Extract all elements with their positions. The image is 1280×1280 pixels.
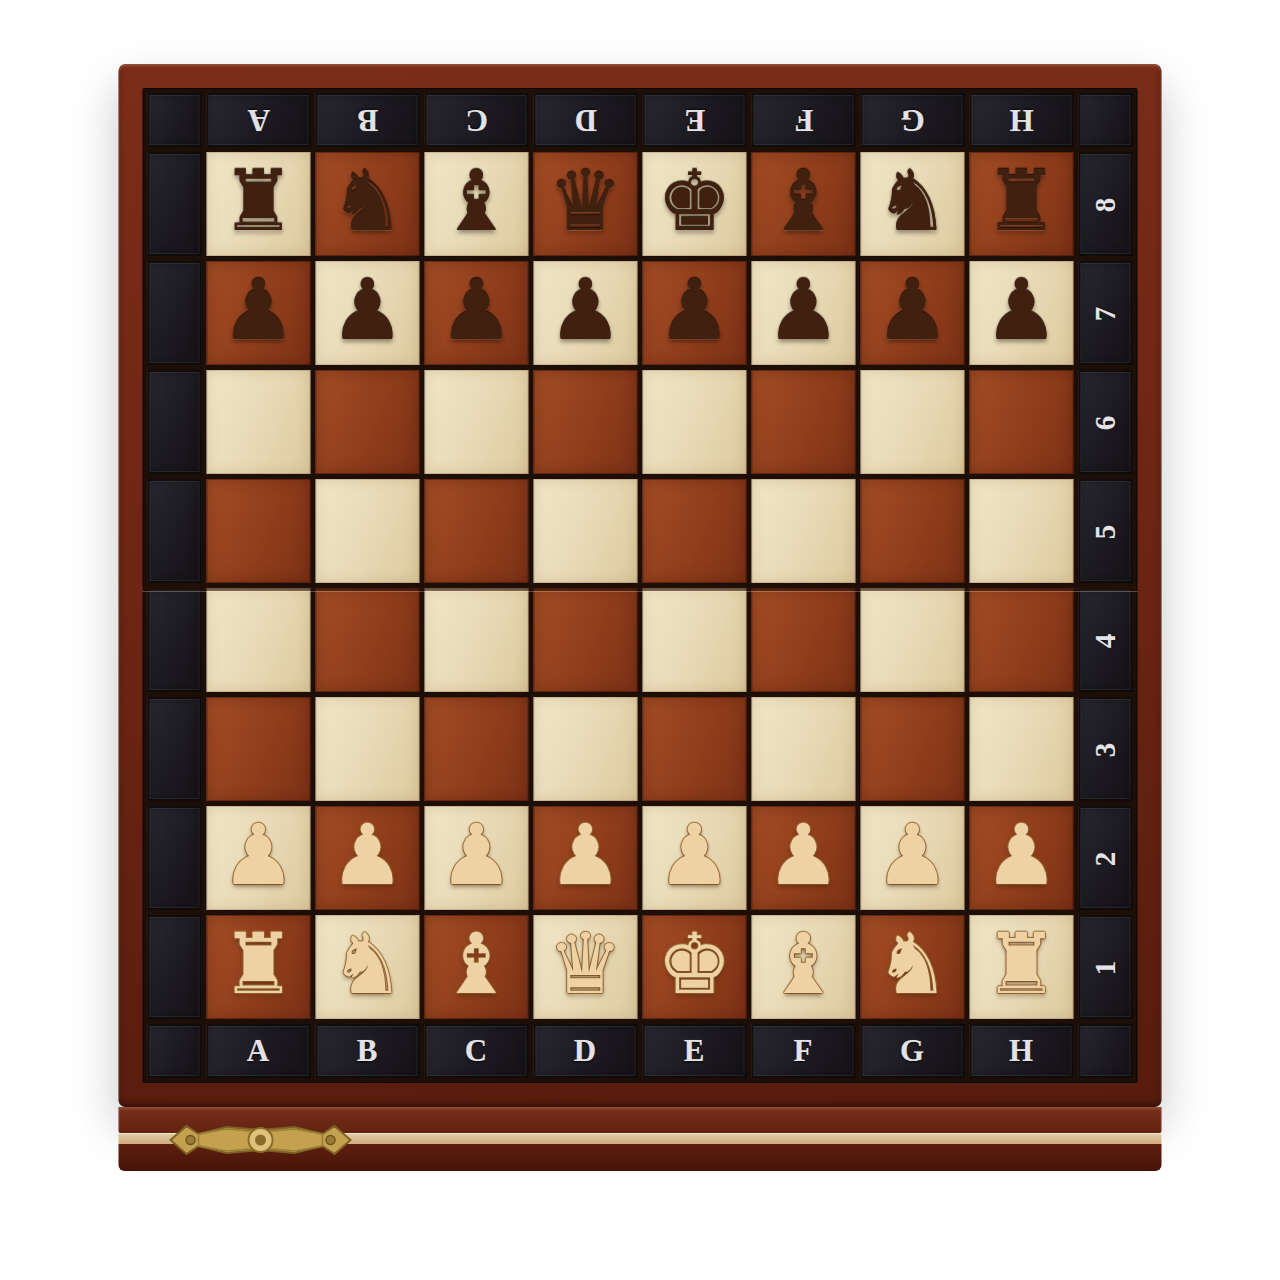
square-g2[interactable]: ♟ (861, 806, 965, 910)
square-g3[interactable] (861, 697, 965, 801)
rank-label-4: 4 (1079, 588, 1133, 692)
black-king-icon[interactable]: ♚ (657, 159, 732, 243)
square-b4[interactable] (316, 588, 420, 692)
white-pawn-icon[interactable]: ♟ (984, 813, 1059, 897)
square-c2[interactable]: ♟ (425, 806, 529, 910)
white-queen-icon[interactable]: ♛ (548, 922, 623, 1006)
square-h7[interactable]: ♟ (970, 261, 1074, 365)
left-border-cell-rank-6 (148, 370, 202, 474)
white-pawn-icon[interactable]: ♟ (439, 813, 514, 897)
square-f7[interactable]: ♟ (752, 261, 856, 365)
latch-screw-right (326, 1136, 335, 1145)
file-label-bottom-h: H (970, 1024, 1074, 1078)
square-a1[interactable]: ♜ (207, 915, 311, 1019)
file-label-bottom-a: A (207, 1024, 311, 1078)
square-c8[interactable]: ♝ (425, 152, 529, 256)
square-b1[interactable]: ♞ (316, 915, 420, 1019)
square-h8[interactable]: ♜ (970, 152, 1074, 256)
black-rook-icon[interactable]: ♜ (221, 159, 296, 243)
square-a7[interactable]: ♟ (207, 261, 311, 365)
file-label-bottom-d: D (534, 1024, 638, 1078)
rank-label-7: 7 (1079, 261, 1133, 365)
black-knight-icon[interactable]: ♞ (875, 159, 950, 243)
file-label-bottom-c-text: C (465, 1033, 488, 1069)
square-d7[interactable]: ♟ (534, 261, 638, 365)
black-rook-icon[interactable]: ♜ (984, 159, 1059, 243)
square-b6[interactable] (316, 370, 420, 474)
square-g5[interactable] (861, 479, 965, 583)
white-bishop-icon[interactable]: ♝ (439, 922, 514, 1006)
box-front-edge (119, 1107, 1162, 1171)
file-label-top-e-text: E (684, 102, 706, 138)
black-pawn-icon[interactable]: ♟ (984, 268, 1059, 352)
front-edge-lower-band (119, 1144, 1162, 1171)
square-e1[interactable]: ♚ (643, 915, 747, 1019)
square-c1[interactable]: ♝ (425, 915, 529, 1019)
white-rook-icon[interactable]: ♜ (984, 922, 1059, 1006)
square-d1[interactable]: ♛ (534, 915, 638, 1019)
square-a5[interactable] (207, 479, 311, 583)
file-label-top-h-text: H (1009, 102, 1034, 138)
square-g7[interactable]: ♟ (861, 261, 965, 365)
black-pawn-icon[interactable]: ♟ (221, 268, 296, 352)
white-pawn-icon[interactable]: ♟ (221, 813, 296, 897)
file-label-bottom-d-text: D (574, 1033, 597, 1069)
file-label-top-a-text: A (247, 102, 270, 138)
file-label-top-f: F (752, 93, 856, 147)
square-c6[interactable] (425, 370, 529, 474)
black-bishop-icon[interactable]: ♝ (439, 159, 514, 243)
left-border-cell-rank-5 (148, 479, 202, 583)
square-e6[interactable] (643, 370, 747, 474)
file-label-top-g: G (861, 93, 965, 147)
file-label-top-c-text: C (465, 102, 488, 138)
rank-label-3: 3 (1079, 697, 1133, 801)
square-f6[interactable] (752, 370, 856, 474)
latch-screw-left (186, 1136, 195, 1145)
square-h2[interactable]: ♟ (970, 806, 1074, 910)
black-pawn-icon[interactable]: ♟ (330, 268, 405, 352)
file-label-bottom-a-text: A (247, 1033, 270, 1069)
square-b5[interactable] (316, 479, 420, 583)
square-e3[interactable] (643, 697, 747, 801)
border-corner-bottom-right (1079, 1024, 1133, 1078)
rank-label-5: 5 (1079, 479, 1133, 583)
file-label-top-e: E (643, 93, 747, 147)
left-border-cell-rank-2 (148, 806, 202, 910)
square-h6[interactable] (970, 370, 1074, 474)
left-border-cell-rank-7 (148, 261, 202, 365)
file-label-bottom-g-text: G (900, 1033, 925, 1069)
file-label-bottom-g: G (861, 1024, 965, 1078)
square-g4[interactable] (861, 588, 965, 692)
square-d6[interactable] (534, 370, 638, 474)
rank-label-1: 1 (1079, 915, 1133, 1019)
border-corner-top-right (1079, 93, 1133, 147)
file-label-top-h: H (970, 93, 1074, 147)
square-f8[interactable]: ♝ (752, 152, 856, 256)
black-pawn-icon[interactable]: ♟ (875, 268, 950, 352)
square-c5[interactable] (425, 479, 529, 583)
left-border-cell-rank-3 (148, 697, 202, 801)
square-b3[interactable] (316, 697, 420, 801)
white-pawn-icon[interactable]: ♟ (330, 813, 405, 897)
file-label-top-d-text: D (574, 102, 597, 138)
white-bishop-icon[interactable]: ♝ (766, 922, 841, 1006)
rank-label-5-text: 5 (1089, 523, 1122, 539)
square-a3[interactable] (207, 697, 311, 801)
square-e7[interactable]: ♟ (643, 261, 747, 365)
file-label-bottom-h-text: H (1009, 1033, 1034, 1069)
square-a4[interactable] (207, 588, 311, 692)
square-a2[interactable]: ♟ (207, 806, 311, 910)
white-knight-icon[interactable]: ♞ (330, 922, 405, 1006)
rank-label-7-text: 7 (1089, 305, 1122, 321)
file-label-bottom-f-text: F (794, 1033, 814, 1069)
square-h3[interactable] (970, 697, 1074, 801)
square-h1[interactable]: ♜ (970, 915, 1074, 1019)
square-c7[interactable]: ♟ (425, 261, 529, 365)
white-pawn-icon[interactable]: ♟ (548, 813, 623, 897)
white-pawn-icon[interactable]: ♟ (657, 813, 732, 897)
white-pawn-icon[interactable]: ♟ (766, 813, 841, 897)
black-knight-icon[interactable]: ♞ (330, 159, 405, 243)
file-label-bottom-e-text: E (684, 1033, 706, 1069)
black-pawn-icon[interactable]: ♟ (657, 268, 732, 352)
square-e2[interactable]: ♟ (643, 806, 747, 910)
black-pawn-icon[interactable]: ♟ (439, 268, 514, 352)
rank-label-2-text: 2 (1089, 850, 1122, 866)
file-label-top-g-text: G (900, 102, 925, 138)
rank-label-8: 8 (1079, 152, 1133, 256)
file-label-bottom-b: B (316, 1024, 420, 1078)
file-label-top-d: D (534, 93, 638, 147)
file-label-bottom-c: C (425, 1024, 529, 1078)
rank-label-6: 6 (1079, 370, 1133, 474)
square-d3[interactable] (534, 697, 638, 801)
rank-label-1-text: 1 (1089, 959, 1122, 975)
file-label-top-b-text: B (357, 102, 379, 138)
rank-label-3-text: 3 (1089, 741, 1122, 757)
black-pawn-icon[interactable]: ♟ (548, 268, 623, 352)
left-border-cell-rank-4 (148, 588, 202, 692)
square-e5[interactable] (643, 479, 747, 583)
rank-label-2: 2 (1079, 806, 1133, 910)
square-d5[interactable] (534, 479, 638, 583)
square-f1[interactable]: ♝ (752, 915, 856, 1019)
border-corner-top-left (148, 93, 202, 147)
square-d8[interactable]: ♛ (534, 152, 638, 256)
file-label-bottom-b-text: B (357, 1033, 379, 1069)
black-pawn-icon[interactable]: ♟ (766, 268, 841, 352)
square-g6[interactable] (861, 370, 965, 474)
rank-label-8-text: 8 (1089, 196, 1122, 212)
black-bishop-icon[interactable]: ♝ (766, 159, 841, 243)
board-frame: ABCDEFGH♜♞♝♛♚♝♞♜8♟♟♟♟♟♟♟♟76543♟♟♟♟♟♟♟♟2♜… (119, 64, 1162, 1107)
square-f3[interactable] (752, 697, 856, 801)
file-label-bottom-e: E (643, 1024, 747, 1078)
brass-latch[interactable] (165, 1114, 357, 1170)
square-c4[interactable] (425, 588, 529, 692)
square-f4[interactable] (752, 588, 856, 692)
photo-canvas: ABCDEFGH♜♞♝♛♚♝♞♜8♟♟♟♟♟♟♟♟76543♟♟♟♟♟♟♟♟2♜… (0, 0, 1280, 1280)
square-b8[interactable]: ♞ (316, 152, 420, 256)
square-g1[interactable]: ♞ (861, 915, 965, 1019)
white-rook-icon[interactable]: ♜ (221, 922, 296, 1006)
square-h4[interactable] (970, 588, 1074, 692)
square-h5[interactable] (970, 479, 1074, 583)
square-d2[interactable]: ♟ (534, 806, 638, 910)
square-b7[interactable]: ♟ (316, 261, 420, 365)
white-king-icon[interactable]: ♚ (657, 922, 732, 1006)
square-a8[interactable]: ♜ (207, 152, 311, 256)
square-e8[interactable]: ♚ (643, 152, 747, 256)
white-pawn-icon[interactable]: ♟ (875, 813, 950, 897)
file-label-top-c: C (425, 93, 529, 147)
square-c3[interactable] (425, 697, 529, 801)
chess-board: ABCDEFGH♜♞♝♛♚♝♞♜8♟♟♟♟♟♟♟♟76543♟♟♟♟♟♟♟♟2♜… (119, 64, 1162, 1171)
square-d4[interactable] (534, 588, 638, 692)
rank-label-6-text: 6 (1089, 414, 1122, 430)
border-corner-bottom-left (148, 1024, 202, 1078)
file-label-top-a: A (207, 93, 311, 147)
square-f5[interactable] (752, 479, 856, 583)
white-knight-icon[interactable]: ♞ (875, 922, 950, 1006)
square-b2[interactable]: ♟ (316, 806, 420, 910)
square-e4[interactable] (643, 588, 747, 692)
left-border-cell-rank-8 (148, 152, 202, 256)
square-a6[interactable] (207, 370, 311, 474)
file-label-bottom-f: F (752, 1024, 856, 1078)
black-queen-icon[interactable]: ♛ (548, 159, 623, 243)
left-border-cell-rank-1 (148, 915, 202, 1019)
board-grid: ABCDEFGH♜♞♝♛♚♝♞♜8♟♟♟♟♟♟♟♟76543♟♟♟♟♟♟♟♟2♜… (143, 88, 1138, 1083)
file-label-top-f-text: F (794, 102, 814, 138)
file-label-top-b: B (316, 93, 420, 147)
square-f2[interactable]: ♟ (752, 806, 856, 910)
square-g8[interactable]: ♞ (861, 152, 965, 256)
rank-label-4-text: 4 (1089, 632, 1122, 648)
